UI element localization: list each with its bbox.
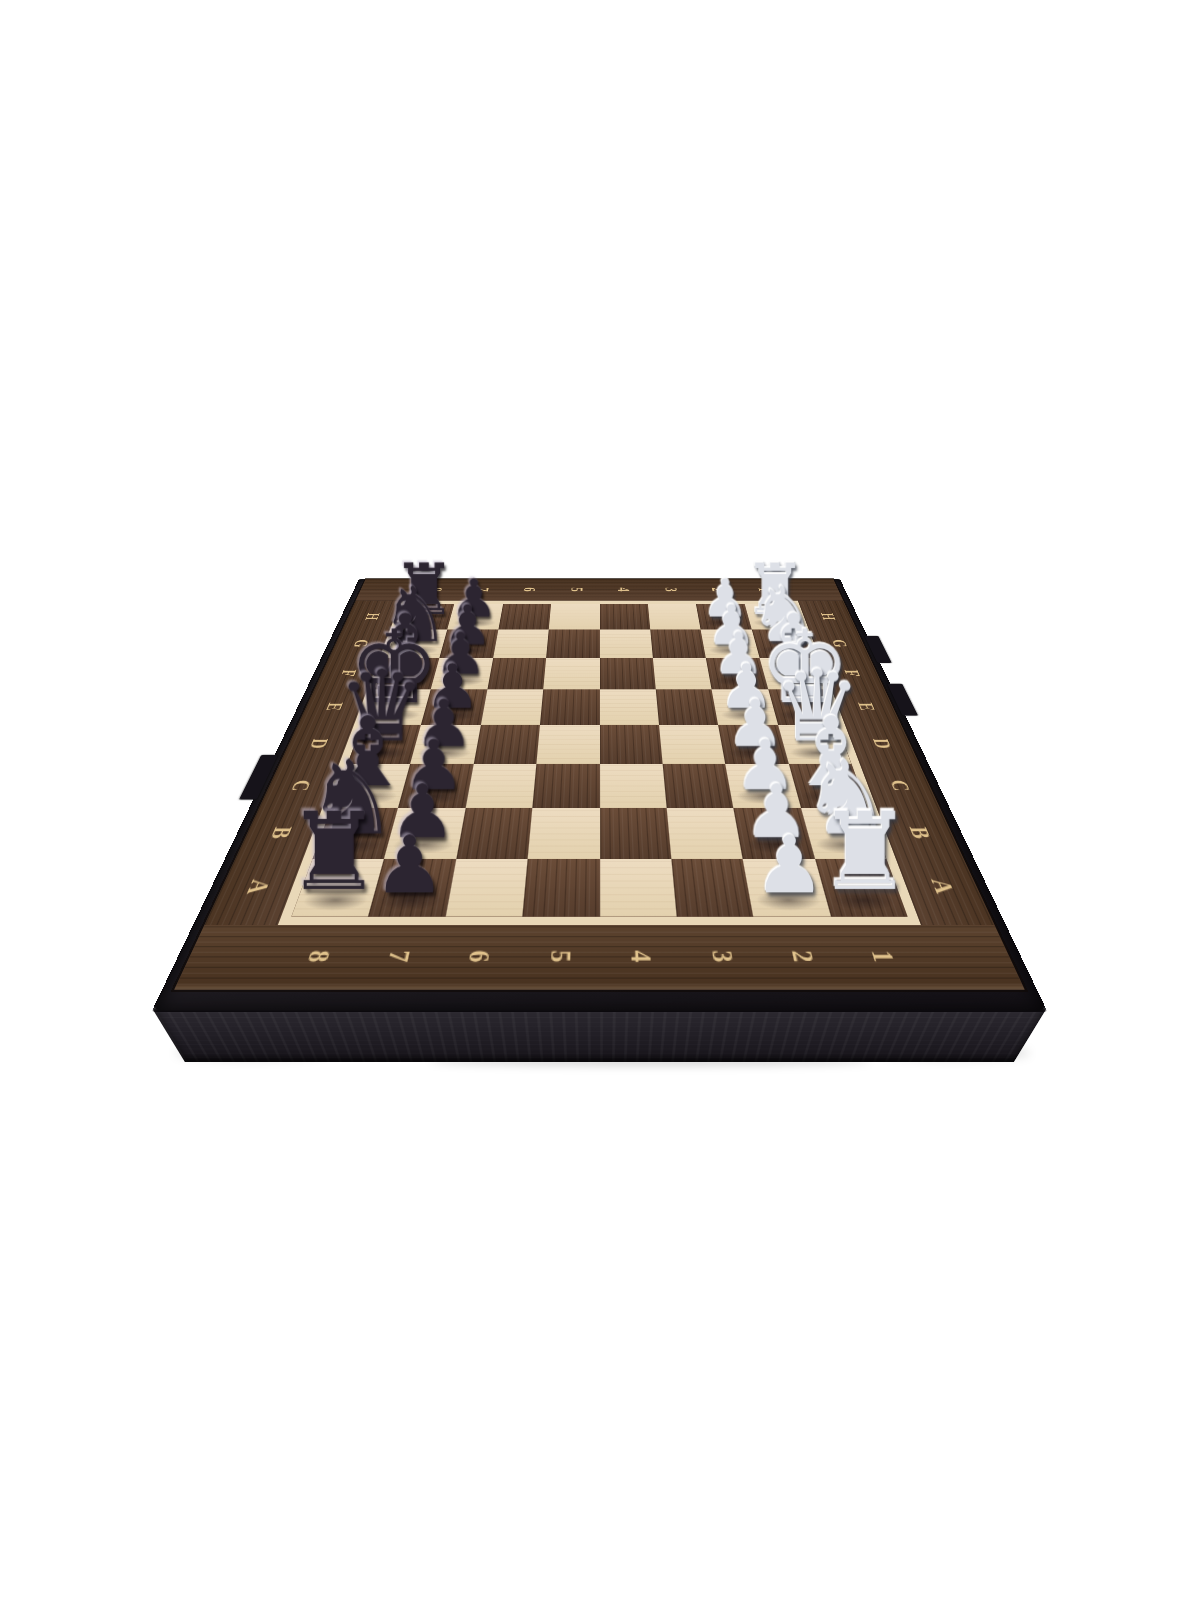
- label-right-file-H: H: [815, 613, 839, 620]
- piece-white-rook-a1: ♜: [817, 798, 913, 906]
- chess-set-product-photo: 8765432187654321HGFEDCBAHGFEDCBA ♜♞♝♛♚♝♞…: [0, 0, 1200, 1600]
- label-back-rank-6: 6: [519, 587, 539, 591]
- label-right-file-G: G: [826, 640, 851, 648]
- label-left-file-G: G: [348, 640, 373, 648]
- storage-box-front-face: [153, 1009, 1047, 1062]
- board-3d-tilt: 8765432187654321HGFEDCBAHGFEDCBA ♜♞♝♛♚♝♞…: [174, 579, 1024, 990]
- label-left-file-H: H: [360, 613, 384, 620]
- piece-black-rook-a8: ♜: [285, 798, 381, 906]
- piece-black-pawn-a7: ♟: [374, 826, 445, 905]
- label-back-rank-2: 2: [707, 587, 728, 591]
- label-back-rank-8: 8: [424, 587, 445, 591]
- label-back-rank-4: 4: [613, 587, 633, 591]
- chess-board: 8765432187654321HGFEDCBAHGFEDCBA ♜♞♝♛♚♝♞…: [174, 579, 1024, 990]
- label-back-rank-3: 3: [660, 587, 680, 591]
- chess-scene: 8765432187654321HGFEDCBAHGFEDCBA ♜♞♝♛♚♝♞…: [298, 423, 901, 1026]
- label-back-rank-1: 1: [753, 587, 774, 591]
- label-back-rank-7: 7: [472, 587, 493, 591]
- label-back-rank-5: 5: [566, 587, 586, 591]
- piece-white-pawn-a2: ♟: [754, 826, 825, 905]
